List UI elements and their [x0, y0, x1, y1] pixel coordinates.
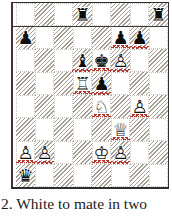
square-c4 [54, 95, 73, 118]
square-g1 [130, 164, 149, 187]
spellcheck-squiggle [111, 45, 130, 48]
square-g8 [130, 3, 149, 26]
square-h8: ♜ [149, 3, 168, 26]
square-f4 [111, 95, 130, 118]
piece-black-rook: ♜ [149, 3, 168, 26]
square-h4 [149, 95, 168, 118]
square-f3: ♕ [111, 118, 130, 141]
square-h5 [149, 72, 168, 95]
square-d3 [73, 118, 92, 141]
square-f1 [111, 164, 130, 187]
square-f8 [111, 3, 130, 26]
square-a6 [16, 49, 35, 72]
square-c6 [54, 49, 73, 72]
spellcheck-squiggle [92, 160, 111, 163]
spellcheck-squiggle [92, 114, 111, 117]
piece-black-rook: ♜ [73, 3, 92, 26]
square-h2 [149, 141, 168, 164]
square-g3 [130, 118, 149, 141]
square-a4 [16, 95, 35, 118]
square-e4: ♘ [92, 95, 111, 118]
square-a2: ♙ [16, 141, 35, 164]
square-d6: ♝ [73, 49, 92, 72]
square-h7 [149, 26, 168, 49]
square-e6: ♚ [92, 49, 111, 72]
square-g7: ♟ [130, 26, 149, 49]
square-g4: ♙ [130, 95, 149, 118]
square-f6: ♙ [111, 49, 130, 72]
square-d1 [73, 164, 92, 187]
square-b2: ♙ [35, 141, 54, 164]
square-e2: ♔ [92, 141, 111, 164]
square-b4 [35, 95, 54, 118]
square-d7 [73, 26, 92, 49]
square-h1 [149, 164, 168, 187]
chess-board-frame: ♜♜♟♟♟♝♚♙♖♟♘♙♕♙♙♔♙♛ [11, 2, 169, 189]
square-e8 [92, 3, 111, 26]
square-b7 [35, 26, 54, 49]
square-c2 [54, 141, 73, 164]
square-a5 [16, 72, 35, 95]
square-c8 [54, 3, 73, 26]
square-c1 [54, 164, 73, 187]
square-h3 [149, 118, 168, 141]
square-g5 [130, 72, 149, 95]
square-e7 [92, 26, 111, 49]
square-d4 [73, 95, 92, 118]
square-g6 [130, 49, 149, 72]
spellcheck-squiggle [16, 160, 35, 163]
square-f5 [111, 72, 130, 95]
chess-board: ♜♜♟♟♟♝♚♙♖♟♘♙♕♙♙♔♙♛ [16, 3, 168, 187]
spellcheck-squiggle [130, 114, 149, 117]
square-e5: ♟ [92, 72, 111, 95]
square-h6 [149, 49, 168, 72]
square-f2: ♙ [111, 141, 130, 164]
piece-black-pawn: ♟ [16, 26, 35, 49]
spellcheck-squiggle [73, 91, 92, 94]
square-f7: ♟ [111, 26, 130, 49]
square-b6 [35, 49, 54, 72]
square-a8 [16, 3, 35, 26]
square-c7 [54, 26, 73, 49]
square-e3 [92, 118, 111, 141]
square-d2 [73, 141, 92, 164]
square-b8 [35, 3, 54, 26]
square-a1: ♛ [16, 164, 35, 187]
square-c3 [54, 118, 73, 141]
square-d5: ♖ [73, 72, 92, 95]
spellcheck-squiggle [92, 68, 111, 71]
square-a7: ♟ [16, 26, 35, 49]
rank8-underline [11, 26, 169, 27]
square-b3 [35, 118, 54, 141]
square-a3 [16, 118, 35, 141]
square-d8: ♜ [73, 3, 92, 26]
diagram-caption: 2. White to mate in two [1, 195, 171, 213]
square-b1 [35, 164, 54, 187]
square-e1 [92, 164, 111, 187]
square-b5 [35, 72, 54, 95]
square-c5 [54, 72, 73, 95]
square-g2 [130, 141, 149, 164]
piece-black-queen: ♛ [16, 164, 35, 187]
spellcheck-squiggle [111, 137, 130, 140]
